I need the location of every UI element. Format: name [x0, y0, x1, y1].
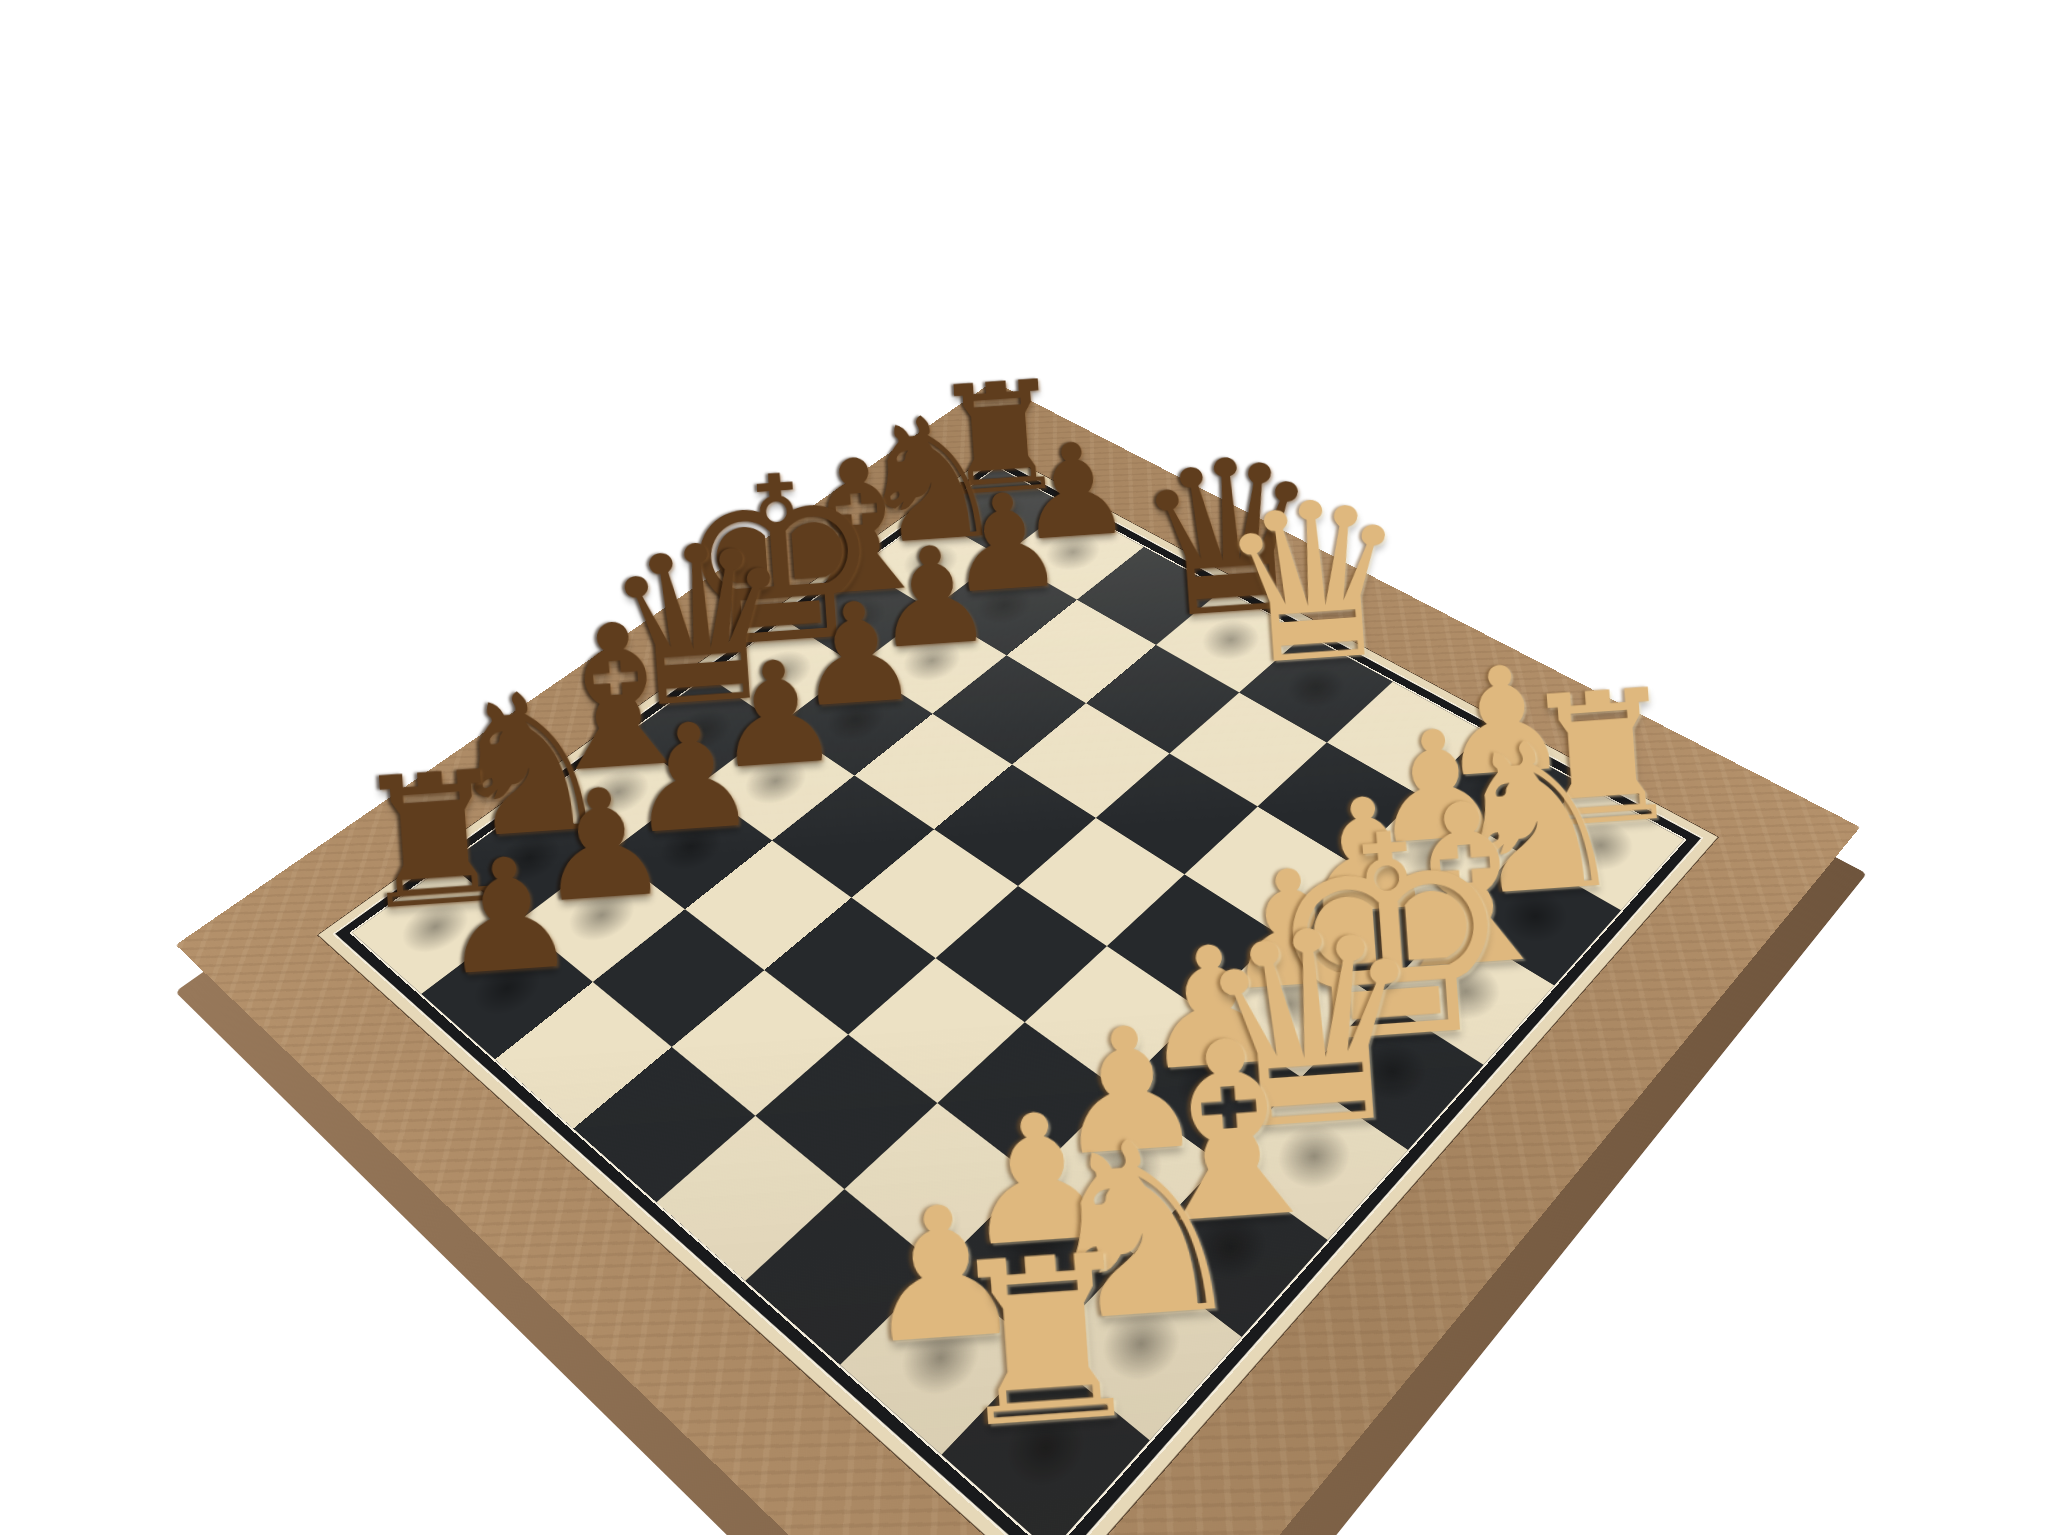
piece-white-rook-a1[interactable]: ♜ — [938, 1222, 1155, 1461]
chess-board: ♜♞♝♛♚♝♞♜♟♟♟♟♟♟♟♟♛♛♟♟♟♟♟♟♟♟♜♞♝♛♚♝♞♜ — [176, 381, 1860, 1535]
board-playing-field: ♜♞♝♛♚♝♞♜♟♟♟♟♟♟♟♟♛♛♟♟♟♟♟♟♟♟♜♞♝♛♚♝♞♜ — [349, 466, 1686, 1535]
board-border-band: ♜♞♝♛♚♝♞♜♟♟♟♟♟♟♟♟♛♛♟♟♟♟♟♟♟♟♜♞♝♛♚♝♞♜ — [332, 457, 1703, 1535]
photo-scene: ♜♞♝♛♚♝♞♜♟♟♟♟♟♟♟♟♛♛♟♟♟♟♟♟♟♟♜♞♝♛♚♝♞♜ — [0, 0, 2048, 1535]
board-frame: ♜♞♝♛♚♝♞♜♟♟♟♟♟♟♟♟♛♛♟♟♟♟♟♟♟♟♜♞♝♛♚♝♞♜ — [176, 381, 1860, 1535]
board-squares: ♜♞♝♛♚♝♞♜♟♟♟♟♟♟♟♟♛♛♟♟♟♟♟♟♟♟♜♞♝♛♚♝♞♜ — [352, 467, 1684, 1535]
piece-black-pawn-a7[interactable]: ♟ — [433, 833, 582, 997]
square-a7[interactable]: ♟ — [422, 920, 593, 1058]
square-a1[interactable]: ♜ — [942, 1350, 1150, 1535]
piece-white-queen-h4[interactable]: ♛ — [1211, 468, 1419, 697]
board-outer-margin: ♜♞♝♛♚♝♞♜♟♟♟♟♟♟♟♟♛♛♟♟♟♟♟♟♟♟♜♞♝♛♚♝♞♜ — [317, 449, 1719, 1535]
square-b6[interactable] — [593, 909, 764, 1047]
